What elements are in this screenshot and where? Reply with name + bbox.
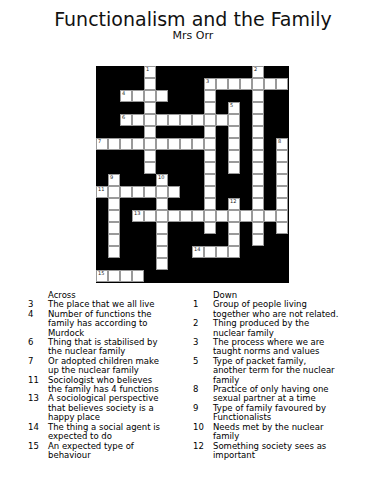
cell-r5c3[interactable]: 6 [120,114,132,126]
cell-r6c12[interactable] [228,126,240,138]
cell-r2c10[interactable]: 3 [204,78,216,90]
cell-r3c10[interactable] [204,90,216,102]
cell-number-1: 1 [146,66,149,72]
across-clues-column: Across 3The place that we all live4Numbe… [28,291,180,460]
across-clue-15: 15An expected type of behaviour [28,442,180,461]
cell-r5c11[interactable] [216,114,228,126]
cell-r2c11[interactable] [216,78,228,90]
cell-r3c5[interactable] [144,90,156,102]
across-clue-6: 6Thing that is stabilised by the nuclear… [28,338,180,357]
cell-r5c12[interactable] [228,114,240,126]
clue-number: 5 [193,357,213,385]
cell-r11c5[interactable] [144,186,156,198]
clue-number: 6 [28,338,48,357]
clue-number: 9 [193,404,213,423]
cell-r13c9[interactable] [192,210,204,222]
cell-r15c12[interactable] [228,234,240,246]
cell-r14c10[interactable] [204,222,216,234]
cell-r13c14[interactable] [252,210,264,222]
cell-r10c14[interactable] [252,174,264,186]
cell-r8c16[interactable] [276,150,288,162]
cell-r12c10[interactable] [204,198,216,210]
cell-r16c6[interactable] [156,246,168,258]
cell-number-5: 5 [230,102,233,108]
cell-r16c11[interactable] [216,246,228,258]
cell-r7c3[interactable] [120,138,132,150]
cell-number-8: 8 [278,138,281,144]
clue-text: A sociological perspective that believes… [48,394,166,422]
cell-r13c13[interactable] [240,210,252,222]
cell-number-12: 12 [230,198,236,204]
clue-text: Number of functions the family has accor… [48,310,166,338]
cell-r3c6[interactable] [156,90,168,102]
cell-r7c10[interactable] [204,138,216,150]
clue-number: 4 [28,310,48,338]
cell-number-11: 11 [98,186,104,192]
cell-r2c15[interactable] [264,78,276,90]
across-clue-13: 13A sociological perspective that believ… [28,394,180,422]
cell-r7c2[interactable] [108,138,120,150]
clue-number: 7 [28,357,48,376]
clue-number: 3 [193,338,213,357]
cell-r7c12[interactable] [228,138,240,150]
cell-r14c2[interactable] [108,222,120,234]
cell-r11c14[interactable] [252,186,264,198]
cell-r7c14[interactable] [252,138,264,150]
clue-number: 12 [193,442,213,461]
crossword-board: 123456789101112131415 [96,66,289,283]
clue-text: Type of packet family, another term for … [213,357,341,385]
cell-r12c16[interactable] [276,198,288,210]
clue-text: The thing a social agent is expected to … [48,423,166,442]
cell-r7c6[interactable] [156,138,168,150]
cell-r5c8[interactable] [180,114,192,126]
cell-r15c6[interactable] [156,234,168,246]
cell-r10c16[interactable] [276,174,288,186]
cell-r11c4[interactable] [132,186,144,198]
cell-r13c15[interactable] [264,210,276,222]
cell-r1c14[interactable]: 2 [252,66,264,78]
cell-r5c4[interactable] [132,114,144,126]
cell-r8c5[interactable] [144,150,156,162]
across-clues-list: 3The place that we all live4Number of fu… [28,300,180,460]
cell-number-7: 7 [98,138,101,144]
cell-number-4: 4 [122,90,125,96]
cell-r9c16[interactable] [276,162,288,174]
cell-number-15: 15 [98,270,104,276]
clue-text: Something society sees as important [213,442,341,461]
clue-text: Type of family favoured by Functionalist… [213,404,341,423]
cell-r18c2[interactable] [108,270,120,282]
cell-r8c10[interactable] [204,150,216,162]
clue-number: 13 [28,394,48,422]
cell-r14c6[interactable] [156,222,168,234]
cell-r7c4[interactable] [132,138,144,150]
cell-r16c9[interactable]: 14 [192,246,204,258]
cell-r17c6[interactable] [156,258,168,270]
cell-r2c16[interactable] [276,78,288,90]
cell-r7c9[interactable] [192,138,204,150]
cell-r7c7[interactable] [168,138,180,150]
cell-r14c14[interactable] [252,222,264,234]
clue-number: 11 [28,376,48,395]
down-clue-5: 5Type of packet family, another term for… [193,357,365,385]
cell-r10c2[interactable]: 9 [108,174,120,186]
cell-r9c10[interactable] [204,162,216,174]
clue-text: Practice of only having one sexual partn… [213,385,341,404]
cell-r5c14[interactable] [252,114,264,126]
cell-r7c16[interactable]: 8 [276,138,288,150]
cell-r11c2[interactable] [108,186,120,198]
cell-r14c12[interactable] [228,222,240,234]
clue-number: 2 [193,319,213,338]
cell-r7c1[interactable]: 7 [96,138,108,150]
cell-r6c14[interactable] [252,126,264,138]
cell-r11c1[interactable]: 11 [96,186,108,198]
cell-r13c4[interactable]: 13 [132,210,144,222]
cell-r4c14[interactable] [252,102,264,114]
cell-r1c5[interactable]: 1 [144,66,156,78]
across-clue-14: 14The thing a social agent is expected t… [28,423,180,442]
cell-r13c8[interactable] [180,210,192,222]
cell-r11c7[interactable] [168,186,180,198]
clue-text: Or adopted children make up the nuclear … [48,357,166,376]
clue-text: Group of people living together who are … [213,300,341,319]
cell-r11c10[interactable] [204,186,216,198]
cell-r2c14[interactable] [252,78,264,90]
clue-text: An expected type of behaviour [48,442,166,461]
cell-r16c12[interactable] [228,246,240,258]
cell-number-9: 9 [110,174,113,180]
page-subtitle: Mrs Orr [0,30,386,42]
cell-r13c6[interactable] [156,210,168,222]
down-clue-9: 9Type of family favoured by Functionalis… [193,404,365,423]
cell-r18c1[interactable]: 15 [96,270,108,282]
clue-number: 1 [193,300,213,319]
cell-r7c5[interactable] [144,138,156,150]
cell-r9c5[interactable] [144,162,156,174]
cell-number-14: 14 [194,246,200,252]
cell-r16c10[interactable] [204,246,216,258]
down-clue-8: 8Practice of only having one sexual part… [193,385,365,404]
page-title: Functionalism and the Family [0,9,386,30]
cell-r8c14[interactable] [252,150,264,162]
down-clue-3: 3The process where we are taught norms a… [193,338,365,357]
cell-r3c4[interactable] [132,90,144,102]
cell-r18c3[interactable] [120,270,132,282]
down-clue-10: 10Needs met by the nuclear family [193,423,365,442]
clue-text: Sociologist who believes the family has … [48,376,166,395]
cell-r7c8[interactable] [180,138,192,150]
cell-r12c2[interactable] [108,198,120,210]
down-clues-list: 1Group of people living together who are… [193,300,365,460]
down-clue-1: 1Group of people living together who are… [193,300,365,319]
cell-r13c16[interactable] [276,210,288,222]
down-clue-12: 12Something society sees as important [193,442,365,461]
clue-text: Thing produced by the nuclear family [213,319,341,338]
cell-r9c12[interactable] [228,162,240,174]
cell-r9c14[interactable] [252,162,264,174]
cell-r4c12[interactable]: 5 [228,102,240,114]
clue-number: 8 [193,385,213,404]
cell-r5c6[interactable] [156,114,168,126]
cell-r2c12[interactable] [228,78,240,90]
cell-r13c12[interactable] [228,210,240,222]
cell-r18c4[interactable] [132,270,144,282]
cell-r13c2[interactable] [108,210,120,222]
cell-r13c7[interactable] [168,210,180,222]
cell-r11c16[interactable] [276,186,288,198]
cell-number-6: 6 [122,114,125,120]
cell-r10c10[interactable] [204,174,216,186]
cell-r5c5[interactable] [144,114,156,126]
cell-r15c14[interactable] [252,234,264,246]
cell-r15c2[interactable] [108,234,120,246]
cell-r16c2[interactable] [108,246,120,258]
cell-r3c3[interactable]: 4 [120,90,132,102]
cell-r4c5[interactable] [144,102,156,114]
cell-r5c10[interactable] [204,114,216,126]
cell-r12c12[interactable]: 12 [228,198,240,210]
down-clue-2: 2Thing produced by the nuclear family [193,319,365,338]
cell-r6c10[interactable] [204,126,216,138]
cell-number-10: 10 [158,174,164,180]
cell-r4c10[interactable] [204,102,216,114]
clue-number: 10 [193,423,213,442]
cell-r6c5[interactable] [144,126,156,138]
across-clue-4: 4Number of functions the family has acco… [28,310,180,338]
clue-text: Needs met by the nuclear family [213,423,341,442]
clue-number: 14 [28,423,48,442]
clue-text: The process where we are taught norms an… [213,338,341,357]
cell-r3c14[interactable] [252,90,264,102]
across-clue-11: 11Sociologist who believes the family ha… [28,376,180,395]
cell-r8c12[interactable] [228,150,240,162]
cell-r12c14[interactable] [252,198,264,210]
cell-r5c7[interactable] [168,114,180,126]
clue-text: Thing that is stabilised by the nuclear … [48,338,166,357]
cell-r2c5[interactable] [144,78,156,90]
cell-r5c9[interactable] [192,114,204,126]
clue-number: 15 [28,442,48,461]
cell-r13c10[interactable] [204,210,216,222]
cell-r10c6[interactable]: 10 [156,174,168,186]
cell-r12c6[interactable] [156,198,168,210]
down-clues-column: Down 1Group of people living together wh… [193,291,365,460]
across-clue-7: 7Or adopted children make up the nuclear… [28,357,180,376]
cell-number-13: 13 [134,210,140,216]
cell-r13c11[interactable] [216,210,228,222]
cell-r2c13[interactable] [240,78,252,90]
cell-r11c6[interactable] [156,186,168,198]
cell-number-3: 3 [206,78,209,84]
cell-r14c16[interactable] [276,222,288,234]
cell-r11c3[interactable] [120,186,132,198]
cell-number-2: 2 [254,66,257,72]
cell-r13c5[interactable] [144,210,156,222]
